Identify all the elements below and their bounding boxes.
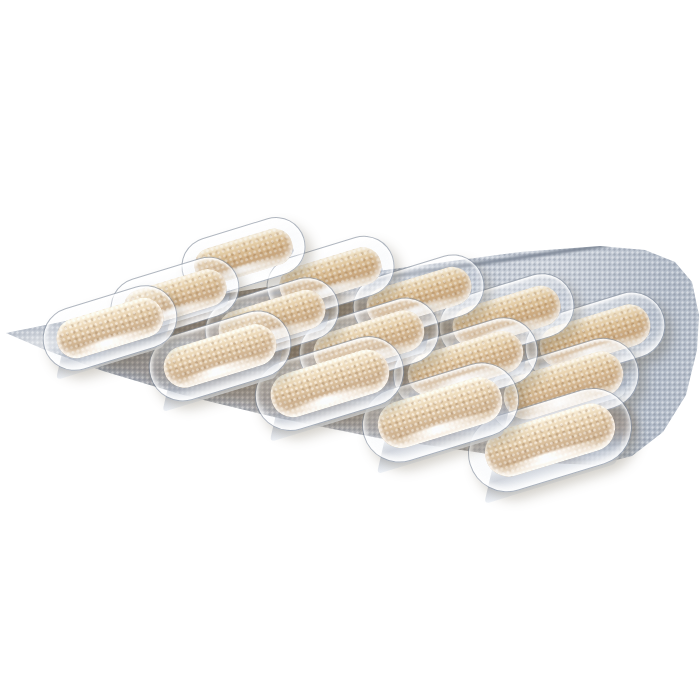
pockets-layer (0, 0, 700, 700)
product-photo: Product photo of a transparent blister p… (0, 0, 700, 700)
